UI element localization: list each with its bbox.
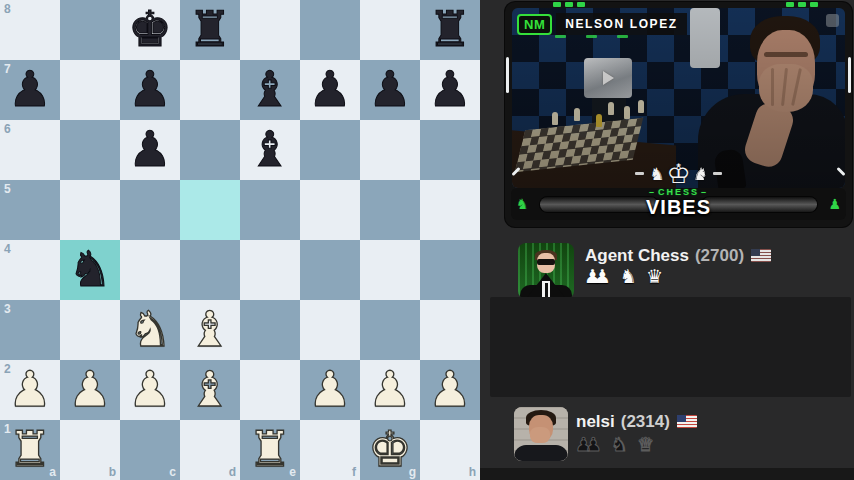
square-e8[interactable]	[240, 0, 300, 60]
stream-layout: 8♚♜♜7♟♟♝♟♟♟6♟♝54♞3♞♝2♟♟♟♝♟♟♟1a♜bcde♜fg♚h	[0, 0, 854, 480]
black-rook-d8: ♜	[180, 0, 240, 60]
knight-ornament-icon: ♞	[516, 197, 529, 211]
square-g6[interactable]	[360, 120, 420, 180]
streamer-title-overlay: NM NELSON LOPEZ	[517, 13, 687, 35]
square-c4[interactable]	[120, 240, 180, 300]
square-h2[interactable]: ♟	[420, 360, 480, 420]
captured-pieces-bottom: ♟♟ ♞ ♛	[575, 433, 654, 455]
square-b8[interactable]	[60, 0, 120, 60]
file-label: a	[49, 466, 56, 478]
square-c8[interactable]: ♚	[120, 0, 180, 60]
square-h6[interactable]	[420, 120, 480, 180]
square-c1[interactable]: c	[120, 420, 180, 480]
square-e1[interactable]: e♜	[240, 420, 300, 480]
black-pawn-f7: ♟	[300, 60, 360, 120]
black-knight-b4: ♞	[60, 240, 120, 300]
captured-knight-icon: ♞	[611, 433, 628, 455]
square-c6[interactable]: ♟	[120, 120, 180, 180]
captured-knight-icon: ♞	[620, 265, 637, 287]
square-e7[interactable]: ♝	[240, 60, 300, 120]
captured-pawns-icon: ♟♟	[575, 433, 602, 455]
player-name-top[interactable]: Agent Chess	[585, 246, 689, 265]
rank-label: 5	[4, 183, 11, 195]
square-c5[interactable]	[120, 180, 180, 240]
player-rating-bottom: (2314)	[621, 412, 670, 431]
square-d5[interactable]	[180, 180, 240, 240]
square-g5[interactable]	[360, 180, 420, 240]
white-pawn-b2: ♟	[60, 360, 120, 420]
logo-text-vibes: VIBES	[619, 197, 739, 217]
captured-pawns-icon: ♟♟	[584, 265, 611, 287]
square-b6[interactable]	[60, 120, 120, 180]
frame-tick-right	[848, 57, 851, 93]
streamer-face	[757, 30, 815, 104]
white-bishop-d3: ♝	[180, 300, 240, 360]
square-g4[interactable]	[360, 240, 420, 300]
square-h7[interactable]: ♟	[420, 60, 480, 120]
sunglasses-icon	[537, 259, 555, 265]
streamer-name: NELSON LOPEZ	[556, 13, 687, 35]
square-a5[interactable]: 5	[0, 180, 60, 240]
frame-tick-left	[506, 57, 509, 93]
black-bishop-e7: ♝	[240, 60, 300, 120]
white-pawn-h2: ♟	[420, 360, 480, 420]
black-pawn-c7: ♟	[120, 60, 180, 120]
square-a3[interactable]: 3	[0, 300, 60, 360]
square-g2[interactable]: ♟	[360, 360, 420, 420]
square-b4[interactable]: ♞	[60, 240, 120, 300]
square-g8[interactable]	[360, 0, 420, 60]
file-label: d	[229, 466, 236, 478]
white-pawn-f2: ♟	[300, 360, 360, 420]
square-f8[interactable]	[300, 0, 360, 60]
square-d8[interactable]: ♜	[180, 0, 240, 60]
title-badge: NM	[517, 14, 552, 35]
rank-label: 4	[4, 243, 11, 255]
square-b7[interactable]	[60, 60, 120, 120]
frame-ornament-dashes-left	[553, 2, 585, 7]
white-column	[690, 8, 720, 68]
captured-queen-icon: ♛	[637, 433, 654, 455]
panel-bottom-strip	[480, 468, 854, 480]
right-panel: NM NELSON LOPEZ ♞ ♟ ♞ ♔	[480, 0, 854, 480]
chess-vibes-logo: ♞ ♔ ♞ CHESS VIBES	[619, 160, 739, 217]
square-d1[interactable]: d	[180, 420, 240, 480]
square-d2[interactable]: ♝	[180, 360, 240, 420]
square-g3[interactable]	[360, 300, 420, 360]
streamer-arm	[741, 100, 796, 171]
square-c2[interactable]: ♟	[120, 360, 180, 420]
avatar-nelsi[interactable]	[514, 407, 568, 461]
square-d3[interactable]: ♝	[180, 300, 240, 360]
square-b1[interactable]: b	[60, 420, 120, 480]
black-pawn-g7: ♟	[360, 60, 420, 120]
square-a1[interactable]: 1a♜	[0, 420, 60, 480]
black-pawn-c6: ♟	[120, 120, 180, 180]
square-a4[interactable]: 4	[0, 240, 60, 300]
rank-label: 6	[4, 123, 11, 135]
plaque-stand	[592, 94, 626, 126]
rank-label: 3	[4, 303, 11, 315]
move-list-panel[interactable]	[490, 297, 851, 397]
rank-label: 8	[4, 3, 11, 15]
streamer-hair	[750, 16, 820, 68]
square-a6[interactable]: 6	[0, 120, 60, 180]
square-f5[interactable]	[300, 180, 360, 240]
white-knight-c3: ♞	[120, 300, 180, 360]
square-e4[interactable]	[240, 240, 300, 300]
webcam-frame: NM NELSON LOPEZ ♞ ♟ ♞ ♔	[505, 2, 852, 227]
player-name-bottom[interactable]: nelsi	[576, 412, 615, 431]
us-flag-icon	[751, 249, 771, 262]
us-flag-icon	[677, 415, 697, 428]
file-label: f	[352, 466, 356, 478]
square-b2[interactable]: ♟	[60, 360, 120, 420]
rank-label: 2	[4, 363, 11, 375]
player-rating-top: (2700)	[695, 246, 744, 265]
square-a2[interactable]: 2♟	[0, 360, 60, 420]
square-c7[interactable]: ♟	[120, 60, 180, 120]
youtube-play-plaque	[584, 58, 632, 98]
square-h4[interactable]	[420, 240, 480, 300]
file-label: h	[469, 466, 476, 478]
streamer-hand	[759, 64, 813, 112]
video-corner-icon	[826, 14, 839, 27]
square-e6[interactable]: ♝	[240, 120, 300, 180]
square-h8[interactable]: ♜	[420, 0, 480, 60]
rank-label: 1	[4, 423, 11, 435]
overlay-ornament-dashes	[555, 35, 628, 38]
black-pawn-h7: ♟	[420, 60, 480, 120]
avatar-agent-chess[interactable]	[518, 243, 574, 299]
square-h1[interactable]: h	[420, 420, 480, 480]
yellow-piece	[596, 114, 602, 127]
square-e5[interactable]	[240, 180, 300, 240]
logo-king-icon: ♔	[666, 160, 690, 187]
square-h3[interactable]	[420, 300, 480, 360]
square-a7[interactable]: 7♟	[0, 60, 60, 120]
square-g1[interactable]: g♚	[360, 420, 420, 480]
square-d4[interactable]	[180, 240, 240, 300]
square-f1[interactable]: f	[300, 420, 360, 480]
play-icon	[603, 71, 614, 85]
square-e3[interactable]	[240, 300, 300, 360]
white-bishop-d2: ♝	[180, 360, 240, 420]
square-a8[interactable]: 8	[0, 0, 60, 60]
square-f2[interactable]: ♟	[300, 360, 360, 420]
captured-pieces-top: ♟♟ ♞ ♛	[584, 265, 663, 287]
rank-label: 7	[4, 63, 11, 75]
chess-board[interactable]: 8♚♜♜7♟♟♝♟♟♟6♟♝54♞3♞♝2♟♟♟♝♟♟♟1a♜bcde♜fg♚h	[0, 0, 480, 480]
square-d6[interactable]	[180, 120, 240, 180]
black-king-c8: ♚	[120, 0, 180, 60]
white-pawn-c2: ♟	[120, 360, 180, 420]
square-d7[interactable]	[180, 60, 240, 120]
square-f4[interactable]	[300, 240, 360, 300]
square-g7[interactable]: ♟	[360, 60, 420, 120]
white-pawn-g2: ♟	[360, 360, 420, 420]
black-bishop-e6: ♝	[240, 120, 300, 180]
square-f3[interactable]	[300, 300, 360, 360]
square-b3[interactable]	[60, 300, 120, 360]
square-c3[interactable]: ♞	[120, 300, 180, 360]
file-label: c	[169, 466, 176, 478]
file-label: g	[409, 466, 416, 478]
logo-knight-right-icon: ♞	[693, 164, 708, 184]
square-e2[interactable]	[240, 360, 300, 420]
frame-ornament-dashes-right	[786, 2, 818, 7]
square-f7[interactable]: ♟	[300, 60, 360, 120]
square-b5[interactable]	[60, 180, 120, 240]
black-rook-h8: ♜	[420, 0, 480, 60]
captured-queen-icon: ♛	[646, 265, 663, 287]
logo-knight-left-icon: ♞	[649, 164, 664, 184]
file-label: e	[289, 466, 296, 478]
file-label: b	[109, 466, 116, 478]
pawn-ornament-icon: ♟	[828, 197, 841, 211]
square-h5[interactable]	[420, 180, 480, 240]
square-f6[interactable]	[300, 120, 360, 180]
